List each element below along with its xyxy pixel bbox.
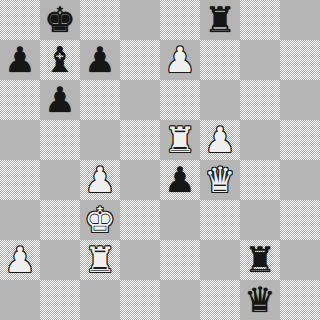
piece-black-pawn[interactable]: ♟ xyxy=(44,80,75,120)
square-f6[interactable] xyxy=(200,80,240,120)
square-a8[interactable] xyxy=(0,0,40,40)
square-d2[interactable] xyxy=(120,240,160,280)
piece-black-rook[interactable]: ♜ xyxy=(204,0,235,40)
square-c2[interactable]: ♜ xyxy=(80,240,120,280)
square-g3[interactable] xyxy=(240,200,280,240)
square-d6[interactable] xyxy=(120,80,160,120)
piece-white-rook[interactable]: ♜ xyxy=(84,240,115,280)
square-f8[interactable]: ♜ xyxy=(200,0,240,40)
piece-black-bishop[interactable]: ♝ xyxy=(44,40,75,80)
piece-white-king[interactable]: ♚ xyxy=(84,200,115,240)
square-b3[interactable] xyxy=(40,200,80,240)
square-b5[interactable] xyxy=(40,120,80,160)
square-f1[interactable] xyxy=(200,280,240,320)
piece-white-queen[interactable]: ♛ xyxy=(204,160,235,200)
square-a4[interactable] xyxy=(0,160,40,200)
square-d8[interactable] xyxy=(120,0,160,40)
square-a1[interactable] xyxy=(0,280,40,320)
square-a2[interactable]: ♟ xyxy=(0,240,40,280)
square-c3[interactable]: ♚ xyxy=(80,200,120,240)
square-g8[interactable] xyxy=(240,0,280,40)
square-e7[interactable]: ♟ xyxy=(160,40,200,80)
square-b4[interactable] xyxy=(40,160,80,200)
piece-white-pawn[interactable]: ♟ xyxy=(84,160,115,200)
piece-black-pawn[interactable]: ♟ xyxy=(4,40,35,80)
piece-black-pawn[interactable]: ♟ xyxy=(164,160,195,200)
square-c6[interactable] xyxy=(80,80,120,120)
square-b6[interactable]: ♟ xyxy=(40,80,80,120)
square-f7[interactable] xyxy=(200,40,240,80)
square-c8[interactable] xyxy=(80,0,120,40)
square-a3[interactable] xyxy=(0,200,40,240)
square-h5[interactable] xyxy=(280,120,320,160)
square-a7[interactable]: ♟ xyxy=(0,40,40,80)
piece-black-rook[interactable]: ♜ xyxy=(244,240,275,280)
piece-white-rook[interactable]: ♜ xyxy=(164,120,195,160)
square-d1[interactable] xyxy=(120,280,160,320)
square-b1[interactable] xyxy=(40,280,80,320)
square-e6[interactable] xyxy=(160,80,200,120)
square-g5[interactable] xyxy=(240,120,280,160)
square-g1[interactable]: ♛ xyxy=(240,280,280,320)
square-c5[interactable] xyxy=(80,120,120,160)
square-d3[interactable] xyxy=(120,200,160,240)
square-b8[interactable]: ♚ xyxy=(40,0,80,40)
square-e1[interactable] xyxy=(160,280,200,320)
square-h4[interactable] xyxy=(280,160,320,200)
piece-black-queen[interactable]: ♛ xyxy=(244,280,275,320)
square-e8[interactable] xyxy=(160,0,200,40)
piece-white-pawn[interactable]: ♟ xyxy=(164,40,195,80)
square-a6[interactable] xyxy=(0,80,40,120)
square-g4[interactable] xyxy=(240,160,280,200)
square-g7[interactable] xyxy=(240,40,280,80)
square-g6[interactable] xyxy=(240,80,280,120)
piece-black-king[interactable]: ♚ xyxy=(44,0,75,40)
square-c7[interactable]: ♟ xyxy=(80,40,120,80)
piece-white-pawn[interactable]: ♟ xyxy=(204,120,235,160)
piece-black-pawn[interactable]: ♟ xyxy=(84,40,115,80)
square-h6[interactable] xyxy=(280,80,320,120)
square-b7[interactable]: ♝ xyxy=(40,40,80,80)
square-e2[interactable] xyxy=(160,240,200,280)
square-h1[interactable] xyxy=(280,280,320,320)
square-g2[interactable]: ♜ xyxy=(240,240,280,280)
chess-board: ♚♜♟♝♟♟♟♜♟♟♟♛♚♟♜♜♛ xyxy=(0,0,320,320)
square-f3[interactable] xyxy=(200,200,240,240)
square-h8[interactable] xyxy=(280,0,320,40)
square-f4[interactable]: ♛ xyxy=(200,160,240,200)
square-h2[interactable] xyxy=(280,240,320,280)
square-b2[interactable] xyxy=(40,240,80,280)
square-e3[interactable] xyxy=(160,200,200,240)
square-e5[interactable]: ♜ xyxy=(160,120,200,160)
square-d5[interactable] xyxy=(120,120,160,160)
square-h7[interactable] xyxy=(280,40,320,80)
square-h3[interactable] xyxy=(280,200,320,240)
square-c1[interactable] xyxy=(80,280,120,320)
square-e4[interactable]: ♟ xyxy=(160,160,200,200)
square-d4[interactable] xyxy=(120,160,160,200)
piece-white-pawn[interactable]: ♟ xyxy=(4,240,35,280)
square-c4[interactable]: ♟ xyxy=(80,160,120,200)
square-d7[interactable] xyxy=(120,40,160,80)
square-a5[interactable] xyxy=(0,120,40,160)
square-f5[interactable]: ♟ xyxy=(200,120,240,160)
square-f2[interactable] xyxy=(200,240,240,280)
